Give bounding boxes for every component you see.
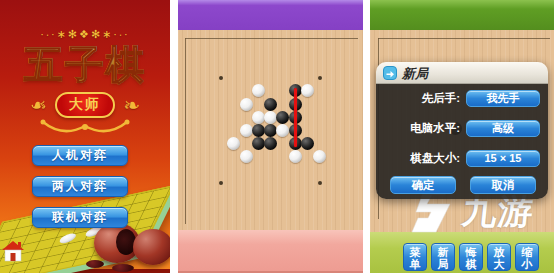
game-toolbar: 菜单 新局 悔棋 放大 缩小 xyxy=(178,230,363,273)
white-stone xyxy=(289,150,302,163)
ai-level-label: 电脑水平: xyxy=(376,120,460,137)
zoom-in-button[interactable]: 放大 xyxy=(487,243,511,271)
app-title: 五子棋 xyxy=(0,38,170,92)
white-stone xyxy=(58,232,78,244)
board-size-label: 棋盘大小: xyxy=(376,150,460,167)
dialog-body: 先后手: 我先手 电脑水平: 高级 棋盘大小: 15 × 15 确定 取消 xyxy=(376,84,548,199)
human-vs-ai-button[interactable]: 人机对弈 xyxy=(32,145,128,166)
dialog-title: 新局 xyxy=(402,65,428,83)
gold-flourish-icon xyxy=(35,118,135,140)
new-game-button[interactable]: 新局 xyxy=(431,243,455,271)
dialog-header-bar xyxy=(370,0,554,30)
black-stone xyxy=(264,98,277,111)
ai-level-select[interactable]: 高级 xyxy=(466,120,540,137)
master-badge-row: ❧ 大师 ❧ xyxy=(0,92,170,118)
new-game-icon xyxy=(383,66,397,80)
gold-scroll-icon: ❧ xyxy=(30,93,47,117)
board-size-select[interactable]: 15 × 15 xyxy=(466,150,540,167)
dialog-toolbar: 菜单 新局 悔棋 放大 缩小 xyxy=(370,232,554,273)
winning-line xyxy=(294,88,297,147)
app-screenshots: ·∙·∗✻❖✻∗·∙· 五子棋 ❧ 大师 ❧ 人机对弈 两人对弈 联机对弈 xyxy=(0,0,554,273)
two-player-button[interactable]: 两人对弈 xyxy=(32,176,128,197)
online-play-button[interactable]: 联机对弈 xyxy=(32,207,128,228)
stone-bowl-lid xyxy=(133,229,170,265)
confirm-button[interactable]: 确定 xyxy=(390,176,456,194)
zoom-out-button[interactable]: 缩小 xyxy=(515,243,539,271)
spilled-stone xyxy=(112,264,134,272)
first-move-select[interactable]: 我先手 xyxy=(466,90,540,107)
home-screen-panel: ·∙·∗✻❖✻∗·∙· 五子棋 ❧ 大师 ❧ 人机对弈 两人对弈 联机对弈 xyxy=(0,0,170,273)
undo-move-button[interactable]: 悔棋 xyxy=(459,243,483,271)
home-icon[interactable] xyxy=(1,240,25,262)
menu-button[interactable]: 菜单 xyxy=(403,243,427,271)
star-point xyxy=(318,181,322,185)
dialog-titlebar: 新局 xyxy=(376,62,548,84)
new-game-dialog: 新局 先后手: 我先手 电脑水平: 高级 棋盘大小: 15 × 15 确定 取消 xyxy=(376,62,548,199)
white-stone xyxy=(240,98,253,111)
game-screen-panel: 菜单 新局 悔棋 放大 缩小 xyxy=(178,0,363,273)
dialog-screen-panel: 新局 先后手: 我先手 电脑水平: 高级 棋盘大小: 15 × 15 确定 取消… xyxy=(370,0,554,273)
cancel-button[interactable]: 取消 xyxy=(470,176,536,194)
black-stone xyxy=(252,124,265,137)
first-move-label: 先后手: xyxy=(376,90,460,107)
white-stone xyxy=(240,124,253,137)
star-point xyxy=(318,76,322,80)
gold-scroll-icon: ❧ xyxy=(123,93,140,117)
black-stone xyxy=(252,137,265,150)
white-stone xyxy=(252,111,265,124)
game-header-bar xyxy=(178,0,363,30)
black-stone xyxy=(264,124,277,137)
spilled-stone xyxy=(86,260,104,268)
white-stone xyxy=(264,111,277,124)
white-stone xyxy=(240,150,253,163)
gomoku-board[interactable] xyxy=(178,30,363,230)
black-stone xyxy=(301,137,314,150)
master-badge: 大师 xyxy=(55,92,115,118)
